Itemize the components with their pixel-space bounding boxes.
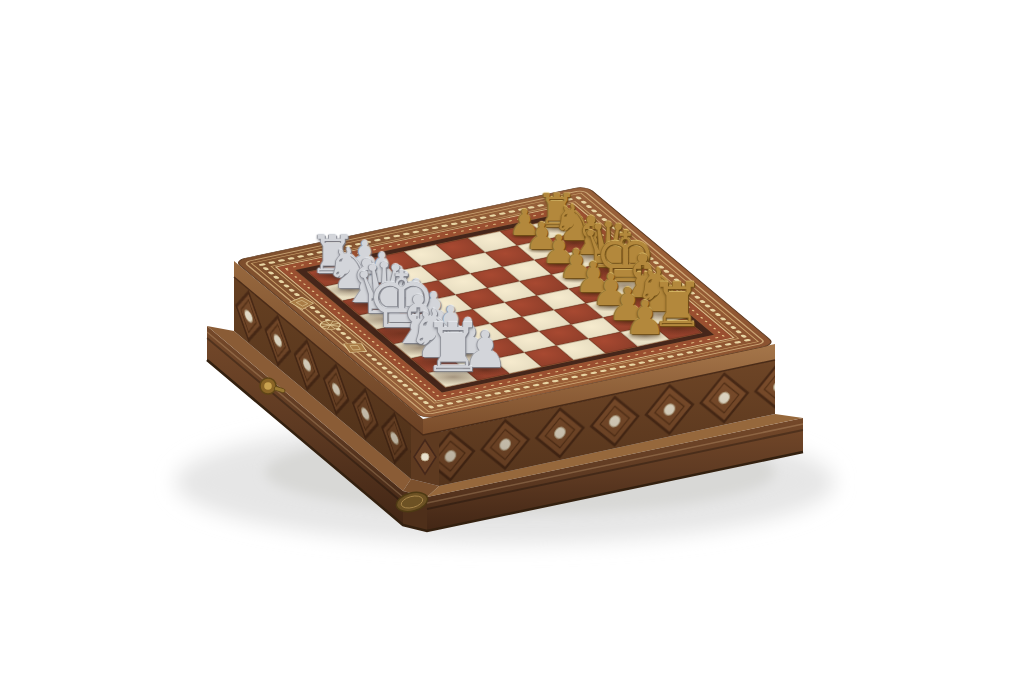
chess-set-photo: ♜♟♞♟♝♟♟♛♜♟♟♚♞♟♟♝♝♟♟♞♛♟♟♜♚♟♟♝♟♞♟♜ [0,0,1024,683]
